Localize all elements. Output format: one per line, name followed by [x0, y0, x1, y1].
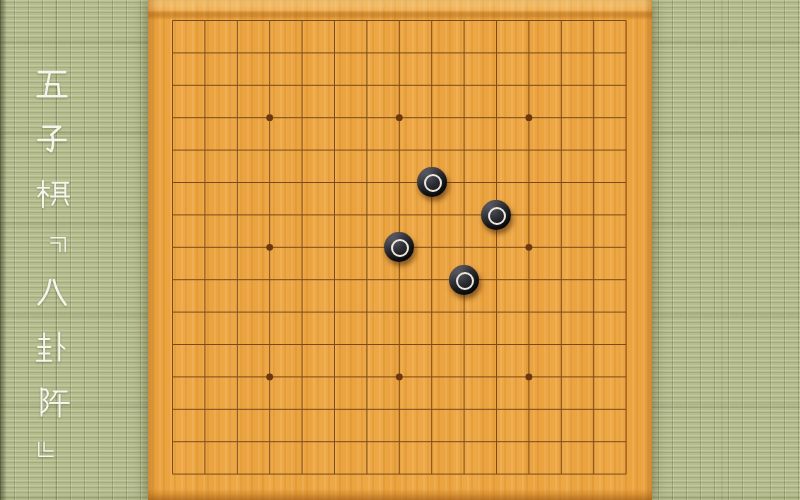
board-intersection[interactable]	[189, 361, 221, 393]
board-intersection[interactable]	[415, 458, 447, 490]
board-intersection[interactable]	[189, 296, 221, 328]
board-intersection[interactable]	[577, 69, 609, 101]
board-intersection[interactable]	[253, 37, 285, 69]
title-char-8	[33, 439, 57, 463]
board-intersection[interactable]	[318, 134, 350, 166]
title-char-1	[34, 66, 70, 102]
board-intersection[interactable]	[480, 69, 512, 101]
board-intersection[interactable]	[253, 134, 285, 166]
board-intersection[interactable]	[221, 37, 253, 69]
board-intersection[interactable]	[545, 199, 577, 231]
board-intersection[interactable]	[351, 69, 383, 101]
board-intersection[interactable]	[448, 328, 480, 360]
board-intersection[interactable]	[545, 4, 577, 36]
board-intersection[interactable]	[448, 199, 480, 231]
board-intersection[interactable]	[221, 425, 253, 457]
board-intersection[interactable]	[415, 296, 447, 328]
board-intersection[interactable]	[610, 263, 642, 295]
board-intersection[interactable]	[383, 231, 415, 263]
board-intersection[interactable]	[351, 458, 383, 490]
board-intersection[interactable]	[513, 328, 545, 360]
board-intersection[interactable]	[448, 263, 480, 295]
board-intersection[interactable]	[286, 4, 318, 36]
board-intersection[interactable]	[253, 296, 285, 328]
board-intersection[interactable]	[577, 166, 609, 198]
board-intersection[interactable]	[318, 296, 350, 328]
board-intersection[interactable]	[577, 425, 609, 457]
board-intersection[interactable]	[286, 134, 318, 166]
board-intersection[interactable]	[253, 425, 285, 457]
board-intersection[interactable]	[415, 361, 447, 393]
board-intersection[interactable]	[415, 425, 447, 457]
board-intersection[interactable]	[383, 166, 415, 198]
board-intersection[interactable]	[189, 393, 221, 425]
board-intersection[interactable]	[610, 134, 642, 166]
board-intersection[interactable]	[415, 393, 447, 425]
board-intersection[interactable]	[383, 393, 415, 425]
board-intersection[interactable]	[448, 37, 480, 69]
board-intersection[interactable]	[610, 296, 642, 328]
board-intersection[interactable]	[545, 393, 577, 425]
board-intersection[interactable]	[545, 134, 577, 166]
board-intersection[interactable]	[610, 37, 642, 69]
board-intersection[interactable]	[351, 101, 383, 133]
title-char-3	[34, 176, 70, 212]
board-intersection[interactable]	[448, 361, 480, 393]
board-intersection[interactable]	[383, 69, 415, 101]
board-intersection[interactable]	[156, 231, 188, 263]
board-intersection[interactable]	[383, 101, 415, 133]
board-intersection[interactable]	[513, 231, 545, 263]
board-intersection[interactable]	[156, 134, 188, 166]
board-intersection[interactable]	[545, 101, 577, 133]
board-intersection[interactable]	[577, 231, 609, 263]
board-intersection[interactable]	[513, 37, 545, 69]
board-intersection[interactable]	[383, 199, 415, 231]
board-intersection[interactable]	[448, 296, 480, 328]
board-intersection[interactable]	[577, 199, 609, 231]
board-intersection[interactable]	[189, 263, 221, 295]
board-intersection[interactable]	[318, 458, 350, 490]
board-intersection[interactable]	[156, 101, 188, 133]
stone-ring-marker	[424, 174, 442, 192]
board-intersection[interactable]	[480, 37, 512, 69]
board-intersection[interactable]	[318, 263, 350, 295]
board-intersection[interactable]	[415, 199, 447, 231]
title-char-6	[34, 329, 70, 365]
board-intersection[interactable]	[156, 328, 188, 360]
board-intersection[interactable]	[480, 263, 512, 295]
stone-ring-marker	[391, 239, 409, 257]
board-intersection[interactable]	[351, 425, 383, 457]
board-intersection[interactable]	[286, 296, 318, 328]
board-intersection[interactable]	[415, 69, 447, 101]
board-intersection[interactable]	[318, 101, 350, 133]
board-intersection[interactable]	[545, 69, 577, 101]
board-intersection[interactable]	[513, 134, 545, 166]
board-intersection[interactable]	[189, 37, 221, 69]
black-stone[interactable]	[384, 232, 414, 262]
board-intersection[interactable]	[221, 231, 253, 263]
board-intersection[interactable]	[448, 231, 480, 263]
board-intersection[interactable]	[351, 393, 383, 425]
board-intersection[interactable]	[253, 166, 285, 198]
board-intersection[interactable]	[545, 296, 577, 328]
board-intersection[interactable]	[351, 231, 383, 263]
board-intersection[interactable]	[545, 328, 577, 360]
board-intersection[interactable]	[253, 263, 285, 295]
board-intersection[interactable]	[253, 4, 285, 36]
board-intersection[interactable]	[156, 37, 188, 69]
board-intersection[interactable]	[351, 199, 383, 231]
board-intersection[interactable]	[253, 69, 285, 101]
board-intersection[interactable]	[351, 4, 383, 36]
board-intersection[interactable]	[448, 425, 480, 457]
board-intersection[interactable]	[189, 199, 221, 231]
board-intersection[interactable]	[480, 4, 512, 36]
board-intersection[interactable]	[448, 134, 480, 166]
board-intersection[interactable]	[610, 101, 642, 133]
board-intersection[interactable]	[286, 393, 318, 425]
board-intersection[interactable]	[513, 393, 545, 425]
board-intersection[interactable]	[189, 4, 221, 36]
board-intersection[interactable]	[351, 328, 383, 360]
board-intersection[interactable]	[156, 296, 188, 328]
board-intersection[interactable]	[448, 69, 480, 101]
board-intersection[interactable]	[610, 425, 642, 457]
board-intersection[interactable]	[351, 37, 383, 69]
board-intersection[interactable]	[189, 101, 221, 133]
board-intersection[interactable]	[221, 101, 253, 133]
board-intersection[interactable]	[513, 199, 545, 231]
stone-ring-marker	[456, 272, 474, 290]
board-intersection[interactable]	[383, 263, 415, 295]
gomoku-board[interactable]	[148, 0, 652, 500]
board-intersection[interactable]	[577, 101, 609, 133]
board-intersection[interactable]	[156, 458, 188, 490]
board-intersection[interactable]	[286, 199, 318, 231]
board-intersection[interactable]	[286, 101, 318, 133]
board-intersection[interactable]	[480, 393, 512, 425]
board-intersection[interactable]	[577, 393, 609, 425]
board-intersection[interactable]	[513, 458, 545, 490]
board-intersection[interactable]	[480, 425, 512, 457]
board-intersection[interactable]	[577, 4, 609, 36]
board-intersection[interactable]	[253, 393, 285, 425]
board-intersection[interactable]	[189, 166, 221, 198]
board-intersection[interactable]	[286, 166, 318, 198]
board-intersection[interactable]	[577, 458, 609, 490]
board-intersection[interactable]	[610, 458, 642, 490]
board-intersection[interactable]	[383, 425, 415, 457]
board-intersection[interactable]	[189, 458, 221, 490]
title-char-5	[34, 274, 70, 310]
board-intersection[interactable]	[577, 37, 609, 69]
board-intersection[interactable]	[513, 101, 545, 133]
board-intersection[interactable]	[221, 4, 253, 36]
board-intersection[interactable]	[513, 296, 545, 328]
board-intersection[interactable]	[286, 458, 318, 490]
board-intersection[interactable]	[545, 425, 577, 457]
board-intersection[interactable]	[156, 69, 188, 101]
board-intersection[interactable]	[480, 166, 512, 198]
board-intersection[interactable]	[253, 328, 285, 360]
board-intersection[interactable]	[156, 361, 188, 393]
board-intersection[interactable]	[351, 134, 383, 166]
board-intersection[interactable]	[253, 231, 285, 263]
board-intersection[interactable]	[286, 37, 318, 69]
board-intersection[interactable]	[156, 263, 188, 295]
board-intersection[interactable]	[221, 134, 253, 166]
board-intersection[interactable]	[480, 361, 512, 393]
board-intersection[interactable]	[156, 166, 188, 198]
board-intersection[interactable]	[610, 69, 642, 101]
black-stone[interactable]	[417, 167, 447, 197]
board-intersection[interactable]	[221, 458, 253, 490]
board-intersection[interactable]	[189, 425, 221, 457]
board-intersection[interactable]	[156, 4, 188, 36]
board-intersection[interactable]	[415, 328, 447, 360]
board-intersection[interactable]	[318, 4, 350, 36]
board-intersection[interactable]	[415, 37, 447, 69]
board-intersection[interactable]	[318, 425, 350, 457]
board-intersection[interactable]	[610, 231, 642, 263]
board-intersection[interactable]	[351, 263, 383, 295]
board-intersection[interactable]	[610, 393, 642, 425]
board-intersection[interactable]	[545, 458, 577, 490]
board-intersection[interactable]	[577, 263, 609, 295]
vertical-title	[33, 66, 71, 463]
board-intersection[interactable]	[415, 231, 447, 263]
board-intersection[interactable]	[480, 328, 512, 360]
board-intersection[interactable]	[221, 199, 253, 231]
board-intersection[interactable]	[610, 166, 642, 198]
board-intersection[interactable]	[513, 166, 545, 198]
board-intersection[interactable]	[221, 361, 253, 393]
board-intersection[interactable]	[545, 166, 577, 198]
board-intersection[interactable]	[253, 101, 285, 133]
board-intersection[interactable]	[513, 69, 545, 101]
board-intersection[interactable]	[156, 425, 188, 457]
board-intersection[interactable]	[286, 328, 318, 360]
board-intersection[interactable]	[545, 361, 577, 393]
board-intersection[interactable]	[286, 425, 318, 457]
board-intersection[interactable]	[286, 263, 318, 295]
board-intersection[interactable]	[415, 101, 447, 133]
board-intersection[interactable]	[383, 458, 415, 490]
board-intersection[interactable]	[448, 393, 480, 425]
board-intersection[interactable]	[415, 4, 447, 36]
board-intersection[interactable]	[221, 263, 253, 295]
board-intersection[interactable]	[156, 393, 188, 425]
board-intersection[interactable]	[253, 458, 285, 490]
board-intersection[interactable]	[318, 231, 350, 263]
board-intersection[interactable]	[480, 101, 512, 133]
board-intersection[interactable]	[383, 4, 415, 36]
board-intersection[interactable]	[415, 166, 447, 198]
board-intersection[interactable]	[383, 134, 415, 166]
board-intersection[interactable]	[480, 134, 512, 166]
board-intersection[interactable]	[577, 134, 609, 166]
board-intersections	[156, 4, 642, 490]
board-intersection[interactable]	[286, 231, 318, 263]
title-char-2	[34, 121, 70, 157]
board-intersection[interactable]	[513, 263, 545, 295]
black-stone[interactable]	[449, 265, 479, 295]
board-intersection[interactable]	[351, 361, 383, 393]
board-intersection[interactable]	[383, 296, 415, 328]
board-intersection[interactable]	[610, 361, 642, 393]
stone-ring-marker	[488, 207, 506, 225]
board-intersection[interactable]	[448, 101, 480, 133]
board-intersection[interactable]	[221, 296, 253, 328]
board-intersection[interactable]	[480, 199, 512, 231]
board-intersection[interactable]	[156, 199, 188, 231]
board-intersection[interactable]	[189, 328, 221, 360]
board-intersection[interactable]	[189, 231, 221, 263]
board-intersection[interactable]	[253, 199, 285, 231]
board-intersection[interactable]	[448, 166, 480, 198]
scene	[0, 0, 800, 500]
board-intersection[interactable]	[415, 263, 447, 295]
board-intersection[interactable]	[545, 37, 577, 69]
board-intersection[interactable]	[577, 328, 609, 360]
board-intersection[interactable]	[545, 231, 577, 263]
board-intersection[interactable]	[610, 199, 642, 231]
board-intersection[interactable]	[480, 231, 512, 263]
board-intersection[interactable]	[221, 69, 253, 101]
board-intersection[interactable]	[610, 4, 642, 36]
board-intersection[interactable]	[577, 296, 609, 328]
board-intersection[interactable]	[577, 361, 609, 393]
board-intersection[interactable]	[513, 425, 545, 457]
board-intersection[interactable]	[513, 4, 545, 36]
title-char-7	[34, 384, 70, 420]
board-intersection[interactable]	[545, 263, 577, 295]
board-intersection[interactable]	[189, 134, 221, 166]
board-intersection[interactable]	[286, 361, 318, 393]
board-intersection[interactable]	[351, 166, 383, 198]
board-intersection[interactable]	[415, 134, 447, 166]
board-intersection[interactable]	[351, 296, 383, 328]
board-intersection[interactable]	[286, 69, 318, 101]
board-intersection[interactable]	[253, 361, 285, 393]
board-intersection[interactable]	[318, 69, 350, 101]
board-intersection[interactable]	[189, 69, 221, 101]
board-intersection[interactable]	[318, 328, 350, 360]
board-intersection[interactable]	[610, 328, 642, 360]
board-intersection[interactable]	[318, 361, 350, 393]
board-intersection[interactable]	[221, 166, 253, 198]
board-intersection[interactable]	[448, 458, 480, 490]
board-intersection[interactable]	[221, 328, 253, 360]
board-intersection[interactable]	[480, 458, 512, 490]
board-intersection[interactable]	[383, 37, 415, 69]
board-intersection[interactable]	[318, 166, 350, 198]
board-intersection[interactable]	[318, 393, 350, 425]
black-stone[interactable]	[481, 200, 511, 230]
board-intersection[interactable]	[480, 296, 512, 328]
board-intersection[interactable]	[383, 361, 415, 393]
board-intersection[interactable]	[513, 361, 545, 393]
board-intersection[interactable]	[318, 199, 350, 231]
title-char-4	[47, 231, 71, 255]
board-intersection[interactable]	[318, 37, 350, 69]
board-intersection[interactable]	[448, 4, 480, 36]
board-intersection[interactable]	[383, 328, 415, 360]
board-intersection[interactable]	[221, 393, 253, 425]
